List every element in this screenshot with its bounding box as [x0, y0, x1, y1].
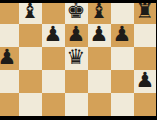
square-e6[interactable]: ♛ — [65, 47, 88, 70]
black-bishop[interactable]: ♝ — [90, 0, 109, 23]
board: ♝♚♝♜♟♟♟♟♟♛♟ — [0, 1, 156, 116]
square-g8[interactable] — [111, 1, 134, 24]
black-queen[interactable]: ♛ — [67, 46, 86, 69]
square-b4[interactable] — [0, 93, 19, 116]
square-e5[interactable] — [65, 70, 88, 93]
square-g5[interactable] — [111, 70, 134, 93]
square-d4[interactable] — [42, 93, 65, 116]
black-bishop[interactable]: ♝ — [21, 0, 40, 23]
square-h8[interactable]: ♜ — [134, 1, 157, 24]
square-c4[interactable] — [19, 93, 42, 116]
square-e4[interactable] — [65, 93, 88, 116]
square-g4[interactable] — [111, 93, 134, 116]
square-f5[interactable] — [88, 70, 111, 93]
black-pawn[interactable]: ♟ — [67, 23, 86, 46]
square-f8[interactable]: ♝ — [88, 1, 111, 24]
square-b6[interactable]: ♟ — [0, 47, 19, 70]
square-d6[interactable] — [42, 47, 65, 70]
board-frame-bottom — [0, 116, 156, 120]
square-g7[interactable]: ♟ — [111, 24, 134, 47]
square-f4[interactable] — [88, 93, 111, 116]
square-d5[interactable] — [42, 70, 65, 93]
black-pawn[interactable]: ♟ — [136, 69, 155, 92]
square-c6[interactable] — [19, 47, 42, 70]
square-f6[interactable] — [88, 47, 111, 70]
square-b8[interactable] — [0, 1, 19, 24]
square-b7[interactable] — [0, 24, 19, 47]
square-h5[interactable]: ♟ — [134, 70, 157, 93]
square-b5[interactable] — [0, 70, 19, 93]
square-h6[interactable] — [134, 47, 157, 70]
square-c7[interactable] — [19, 24, 42, 47]
square-h7[interactable] — [134, 24, 157, 47]
square-h4[interactable] — [134, 93, 157, 116]
black-pawn[interactable]: ♟ — [0, 46, 16, 69]
board-frame-top — [0, 0, 156, 3]
black-pawn[interactable]: ♟ — [90, 23, 109, 46]
square-c8[interactable]: ♝ — [19, 1, 42, 24]
black-king[interactable]: ♚ — [67, 0, 86, 23]
black-pawn[interactable]: ♟ — [44, 23, 63, 46]
square-c5[interactable] — [19, 70, 42, 93]
square-d8[interactable] — [42, 1, 65, 24]
square-e8[interactable]: ♚ — [65, 1, 88, 24]
black-rook[interactable]: ♜ — [136, 0, 155, 23]
chess-board-screenshot: ♝♚♝♜♟♟♟♟♟♛♟ — [0, 0, 156, 120]
square-d7[interactable]: ♟ — [42, 24, 65, 47]
square-e7[interactable]: ♟ — [65, 24, 88, 47]
square-f7[interactable]: ♟ — [88, 24, 111, 47]
black-pawn[interactable]: ♟ — [113, 23, 132, 46]
square-g6[interactable] — [111, 47, 134, 70]
